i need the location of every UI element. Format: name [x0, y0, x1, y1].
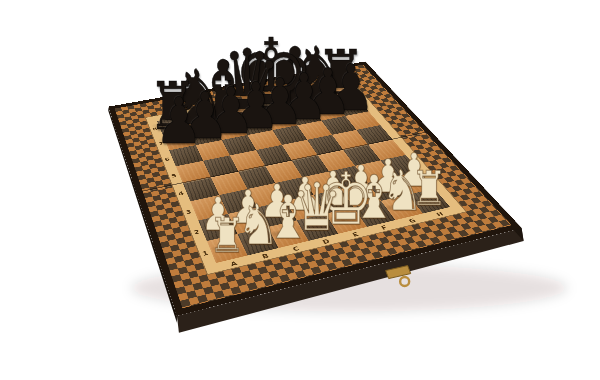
product-photo-stage: 87654321ABCDEFGH ♜♞♝♛♚♝♞♜♟♟♟♟♟♟♟♟♟♟♟♟♟♟♟…	[0, 0, 600, 380]
